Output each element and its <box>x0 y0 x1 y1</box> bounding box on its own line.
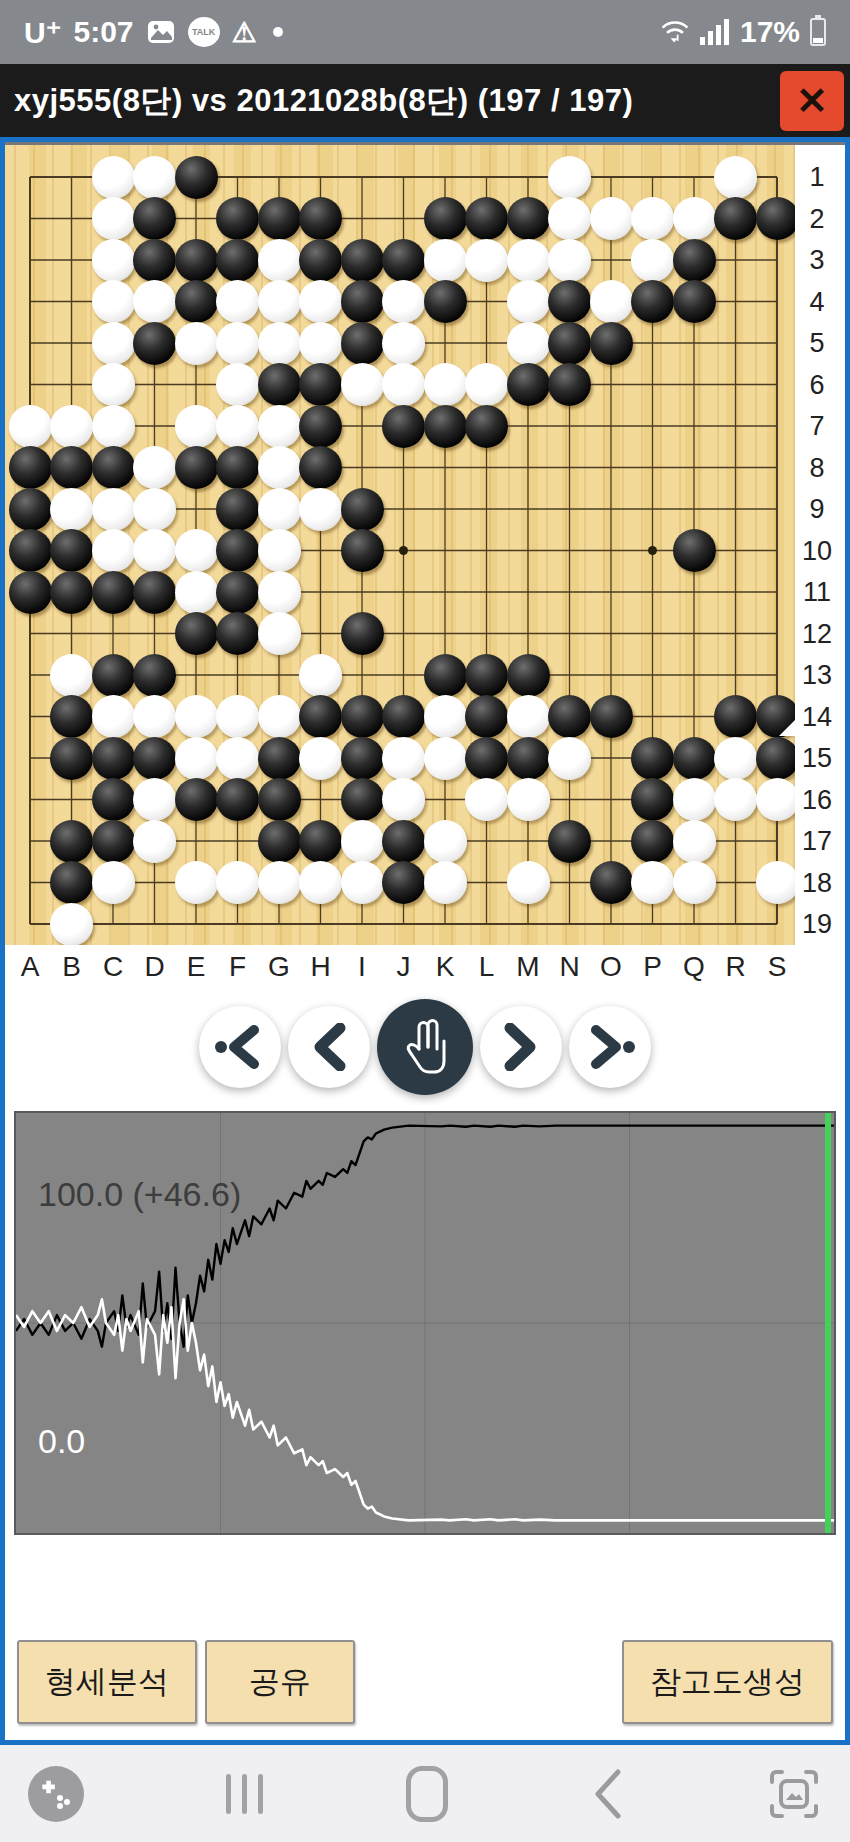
black-stone <box>50 737 93 780</box>
black-stone <box>175 280 218 323</box>
black-stone <box>92 778 135 821</box>
column-label: I <box>358 951 366 983</box>
black-stone <box>341 488 384 531</box>
black-stone <box>299 197 342 240</box>
column-label: L <box>479 951 495 983</box>
white-stone <box>133 488 176 531</box>
black-stone <box>673 239 716 282</box>
white-stone <box>341 820 384 863</box>
white-stone <box>92 695 135 738</box>
white-stone <box>50 903 93 946</box>
black-stone <box>216 571 259 614</box>
white-stone <box>548 197 591 240</box>
jump-to-start-button[interactable] <box>199 1006 281 1088</box>
black-stone <box>216 778 259 821</box>
black-stone <box>50 446 93 489</box>
white-stone <box>92 363 135 406</box>
close-button[interactable]: ✕ <box>780 71 844 131</box>
black-stone <box>133 197 176 240</box>
white-stone <box>133 156 176 199</box>
white-stone <box>216 695 259 738</box>
row-label: 2 <box>795 203 839 234</box>
black-stone <box>216 488 259 531</box>
white-stone <box>299 488 342 531</box>
white-stone <box>50 488 93 531</box>
white-stone <box>299 737 342 780</box>
white-stone <box>507 695 550 738</box>
recent-apps-button[interactable] <box>226 1774 263 1814</box>
white-stone <box>258 612 301 655</box>
white-stone <box>465 778 508 821</box>
column-label: B <box>62 951 81 983</box>
white-stone <box>631 197 674 240</box>
white-stone <box>465 363 508 406</box>
black-stone <box>548 322 591 365</box>
black-stone <box>50 571 93 614</box>
black-stone <box>175 612 218 655</box>
black-stone <box>548 363 591 406</box>
white-stone <box>133 820 176 863</box>
black-stone <box>465 654 508 697</box>
black-stone <box>299 820 342 863</box>
white-stone <box>216 363 259 406</box>
step-forward-button[interactable] <box>480 1006 562 1088</box>
go-board[interactable] <box>5 145 795 945</box>
hand-play-mode-button[interactable] <box>377 999 473 1095</box>
black-stone <box>133 239 176 282</box>
white-stone <box>341 861 384 904</box>
black-stone <box>756 695 796 738</box>
white-stone <box>216 861 259 904</box>
white-stone <box>92 322 135 365</box>
white-stone <box>590 197 633 240</box>
white-stone <box>673 778 716 821</box>
row-label: 11 <box>795 577 839 608</box>
white-stone <box>175 571 218 614</box>
black-stone <box>133 737 176 780</box>
position-analysis-button[interactable]: 형세분석 <box>17 1640 197 1724</box>
row-label: 9 <box>795 494 839 525</box>
black-stone <box>507 654 550 697</box>
black-stone <box>631 778 674 821</box>
black-stone <box>382 695 425 738</box>
battery-percent-label: 17% <box>740 15 800 49</box>
column-label: G <box>268 951 290 983</box>
black-stone <box>299 363 342 406</box>
white-stone <box>258 405 301 448</box>
share-button[interactable]: 공유 <box>205 1640 355 1724</box>
screen-capture-icon <box>766 1766 822 1822</box>
phone-screen: U⁺ 5:07 TALK ⚠ 17% xyj555(8단) vs 2012102… <box>0 0 850 1842</box>
white-stone <box>258 446 301 489</box>
black-win-rate-label: 100.0 (+46.6) <box>38 1175 241 1214</box>
black-stone <box>382 405 425 448</box>
black-stone <box>50 695 93 738</box>
last-move-marker <box>779 718 796 736</box>
white-stone <box>299 861 342 904</box>
black-stone <box>50 820 93 863</box>
black-stone <box>175 239 218 282</box>
black-stone <box>465 695 508 738</box>
white-stone <box>507 280 550 323</box>
black-stone <box>216 239 259 282</box>
black-stone <box>424 654 467 697</box>
row-label: 6 <box>795 369 839 400</box>
row-label: 3 <box>795 245 839 276</box>
step-back-button[interactable] <box>288 1006 370 1088</box>
black-stone <box>548 820 591 863</box>
move-navigation-bar <box>5 991 845 1103</box>
white-stone <box>216 405 259 448</box>
generate-reference-diagram-button[interactable]: 참고도생성 <box>622 1640 833 1724</box>
white-stone <box>175 529 218 572</box>
back-button[interactable] <box>590 1768 624 1820</box>
black-stone <box>756 737 796 780</box>
white-stone <box>258 861 301 904</box>
row-label: 4 <box>795 286 839 317</box>
black-stone <box>92 737 135 780</box>
white-stone <box>631 239 674 282</box>
row-label: 15 <box>795 743 839 774</box>
black-stone <box>299 446 342 489</box>
column-label: E <box>187 951 206 983</box>
row-label: 18 <box>795 867 839 898</box>
home-icon <box>406 1766 448 1822</box>
white-stone <box>50 405 93 448</box>
white-stone <box>92 197 135 240</box>
black-stone <box>424 280 467 323</box>
white-stone <box>382 322 425 365</box>
black-stone <box>341 612 384 655</box>
step-forward-icon <box>501 1023 541 1071</box>
jump-to-end-button[interactable] <box>569 1006 651 1088</box>
home-button[interactable] <box>406 1766 448 1822</box>
app-content: 12345678910111213141516171819 ABCDEFGHIJ… <box>0 137 850 1745</box>
black-stone <box>714 695 757 738</box>
white-stone <box>465 239 508 282</box>
white-stone <box>548 737 591 780</box>
black-stone <box>258 363 301 406</box>
column-label: K <box>436 951 455 983</box>
black-stone <box>216 529 259 572</box>
black-stone <box>216 446 259 489</box>
row-label: 14 <box>795 701 839 732</box>
white-stone <box>92 529 135 572</box>
white-stone <box>714 778 757 821</box>
black-stone <box>341 737 384 780</box>
game-title: xyj555(8단) vs 20121028b(8단) (197 / 197) <box>0 80 633 122</box>
back-chevron-icon <box>590 1768 624 1820</box>
kakaotalk-notification-icon: TALK <box>188 17 220 47</box>
black-stone <box>299 239 342 282</box>
black-stone <box>341 280 384 323</box>
white-stone <box>507 322 550 365</box>
title-bar: xyj555(8단) vs 20121028b(8단) (197 / 197) … <box>0 64 850 137</box>
row-label: 19 <box>795 909 839 940</box>
column-label: R <box>725 951 745 983</box>
black-stone <box>175 156 218 199</box>
game-launcher-button[interactable] <box>28 1766 84 1822</box>
white-stone <box>92 405 135 448</box>
battery-icon <box>810 18 826 46</box>
black-stone <box>341 695 384 738</box>
android-navigation-bar <box>0 1745 850 1842</box>
row-label: 16 <box>795 784 839 815</box>
black-stone <box>714 197 757 240</box>
gamepad-icon <box>38 1776 74 1812</box>
white-stone <box>299 322 342 365</box>
row-label: 7 <box>795 411 839 442</box>
jump-to-start-icon <box>214 1025 266 1069</box>
black-stone <box>507 363 550 406</box>
white-stone <box>175 737 218 780</box>
white-stone <box>299 280 342 323</box>
black-stone <box>590 695 633 738</box>
white-stone <box>258 695 301 738</box>
white-stone <box>299 654 342 697</box>
white-stone <box>258 571 301 614</box>
black-stone <box>133 571 176 614</box>
column-label: Q <box>683 951 705 983</box>
white-stone <box>424 861 467 904</box>
black-stone <box>673 529 716 572</box>
black-stone <box>258 778 301 821</box>
white-stone <box>133 695 176 738</box>
black-stone <box>133 654 176 697</box>
black-stone <box>50 529 93 572</box>
white-stone <box>133 529 176 572</box>
win-rate-graph[interactable]: 100.0 (+46.6) 0.0 <box>14 1111 836 1535</box>
screen-capture-button[interactable] <box>766 1766 822 1822</box>
black-stone <box>341 529 384 572</box>
white-stone <box>92 239 135 282</box>
wifi-icon <box>660 17 690 47</box>
white-stone <box>216 737 259 780</box>
row-label: 13 <box>795 660 839 691</box>
gallery-notification-icon <box>146 17 176 47</box>
black-stone <box>382 239 425 282</box>
white-stone <box>216 280 259 323</box>
black-stone <box>9 529 52 572</box>
white-stone <box>548 239 591 282</box>
black-stone <box>258 197 301 240</box>
black-stone <box>756 197 796 240</box>
step-back-icon <box>309 1023 349 1071</box>
close-icon: ✕ <box>796 79 828 123</box>
column-label: O <box>600 951 622 983</box>
column-label: N <box>559 951 579 983</box>
white-stone <box>133 280 176 323</box>
row-label: 17 <box>795 826 839 857</box>
black-stone <box>341 322 384 365</box>
white-stone <box>424 239 467 282</box>
black-stone <box>631 280 674 323</box>
white-stone <box>714 737 757 780</box>
white-stone <box>175 695 218 738</box>
black-stone <box>548 695 591 738</box>
row-label: 1 <box>795 162 839 193</box>
column-label: S <box>768 951 787 983</box>
black-stone <box>92 820 135 863</box>
black-stone <box>590 322 633 365</box>
column-label: P <box>643 951 662 983</box>
column-label: H <box>310 951 330 983</box>
white-win-rate-label: 0.0 <box>38 1422 85 1461</box>
white-stone <box>714 156 757 199</box>
black-stone <box>50 861 93 904</box>
black-stone <box>507 197 550 240</box>
hand-touch-icon <box>399 1017 451 1077</box>
column-label: A <box>21 951 40 983</box>
black-stone <box>92 446 135 489</box>
white-stone <box>424 363 467 406</box>
black-stone <box>92 571 135 614</box>
white-stone <box>258 322 301 365</box>
black-stone <box>424 197 467 240</box>
black-stone <box>299 405 342 448</box>
black-stone <box>216 197 259 240</box>
row-label: 5 <box>795 328 839 359</box>
column-label: M <box>516 951 539 983</box>
column-label: C <box>103 951 123 983</box>
white-stone <box>507 239 550 282</box>
black-stone <box>175 446 218 489</box>
row-label: 12 <box>795 618 839 649</box>
black-stone <box>216 612 259 655</box>
white-stone <box>341 363 384 406</box>
white-stone <box>92 280 135 323</box>
column-label: F <box>229 951 246 983</box>
warning-notification-icon: ⚠ <box>232 16 257 49</box>
white-stone <box>92 861 135 904</box>
white-stone <box>590 280 633 323</box>
signal-strength-icon <box>700 17 730 47</box>
column-coordinate-labels: ABCDEFGHIJKLMNOPQRS <box>5 945 795 991</box>
column-label: J <box>397 951 411 983</box>
black-stone <box>9 488 52 531</box>
black-stone <box>507 737 550 780</box>
black-stone <box>631 820 674 863</box>
current-move-cursor <box>825 1113 831 1533</box>
white-stone <box>258 488 301 531</box>
black-stone <box>631 737 674 780</box>
white-stone <box>9 405 52 448</box>
white-stone <box>382 280 425 323</box>
white-stone <box>424 820 467 863</box>
black-stone <box>9 571 52 614</box>
black-stone <box>92 654 135 697</box>
row-label: 10 <box>795 535 839 566</box>
action-button-row: 형세분석 공유 참고도생성 <box>5 1640 845 1724</box>
white-stone <box>382 737 425 780</box>
white-stone <box>424 695 467 738</box>
white-stone <box>175 861 218 904</box>
carrier-label: U⁺ <box>24 15 62 50</box>
white-stone <box>258 280 301 323</box>
white-stone <box>424 737 467 780</box>
white-stone <box>92 488 135 531</box>
white-stone <box>673 820 716 863</box>
clock: 5:07 <box>74 15 134 49</box>
black-stone <box>341 778 384 821</box>
black-stone <box>175 778 218 821</box>
white-stone <box>507 778 550 821</box>
white-stone <box>507 861 550 904</box>
black-stone <box>673 280 716 323</box>
black-stone <box>673 737 716 780</box>
status-bar: U⁺ 5:07 TALK ⚠ 17% <box>0 0 850 64</box>
black-stone <box>382 861 425 904</box>
white-stone <box>673 197 716 240</box>
black-stone <box>465 737 508 780</box>
black-stone <box>133 322 176 365</box>
black-stone <box>382 820 425 863</box>
white-stone <box>92 156 135 199</box>
white-stone <box>756 861 796 904</box>
black-stone <box>299 695 342 738</box>
white-stone <box>175 405 218 448</box>
white-stone <box>756 778 796 821</box>
column-label: D <box>144 951 164 983</box>
black-stone <box>590 861 633 904</box>
black-stone <box>548 280 591 323</box>
row-label: 8 <box>795 452 839 483</box>
white-stone <box>548 156 591 199</box>
white-stone <box>382 363 425 406</box>
jump-to-end-icon <box>584 1025 636 1069</box>
white-stone <box>673 861 716 904</box>
white-stone <box>258 239 301 282</box>
notification-dot-icon <box>273 27 283 37</box>
white-stone <box>133 778 176 821</box>
white-stone <box>382 778 425 821</box>
black-stone <box>9 446 52 489</box>
black-stone <box>258 820 301 863</box>
board-area: 12345678910111213141516171819 <box>5 142 845 945</box>
black-stone <box>424 405 467 448</box>
white-stone <box>133 446 176 489</box>
white-stone <box>50 654 93 697</box>
black-stone <box>258 737 301 780</box>
row-coordinate-labels: 12345678910111213141516171819 <box>795 145 845 945</box>
white-stone <box>258 529 301 572</box>
black-stone <box>465 197 508 240</box>
black-stone <box>341 239 384 282</box>
white-stone <box>175 322 218 365</box>
white-stone <box>216 322 259 365</box>
white-stone <box>631 861 674 904</box>
black-stone <box>465 405 508 448</box>
